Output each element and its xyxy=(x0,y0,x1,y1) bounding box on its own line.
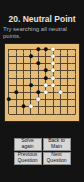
white-stone: ● xyxy=(50,53,55,60)
app-screen: 20. Neutral Point Try searching all neut… xyxy=(0,0,84,182)
black-stone: ● xyxy=(6,96,11,103)
board-intersection[interactable] xyxy=(72,96,79,103)
board-intersection[interactable] xyxy=(27,96,34,103)
board-intersection[interactable] xyxy=(57,46,64,53)
board-intersection[interactable]: ● xyxy=(35,96,42,103)
board-intersection[interactable] xyxy=(72,53,79,60)
board-intersection[interactable] xyxy=(42,103,49,110)
board-intersection[interactable] xyxy=(27,60,34,67)
board-intersection[interactable] xyxy=(27,46,34,53)
board-intersection[interactable] xyxy=(42,53,49,60)
board-intersection[interactable]: ● xyxy=(27,103,34,110)
board-intersection[interactable] xyxy=(57,110,64,117)
board-intersection[interactable]: ● xyxy=(27,82,34,89)
white-stone: ● xyxy=(50,60,55,67)
board-intersection[interactable] xyxy=(72,82,79,89)
board-intersection[interactable] xyxy=(64,103,71,110)
board-intersection[interactable] xyxy=(35,67,42,74)
board-intersection[interactable]: ● xyxy=(5,96,12,103)
board-intersection[interactable] xyxy=(64,46,71,53)
white-stone: ● xyxy=(58,89,63,96)
back-to-main-button[interactable]: Back to Main xyxy=(43,138,71,151)
board-intersection[interactable] xyxy=(49,110,56,117)
board-intersection[interactable] xyxy=(27,89,34,96)
board-intersection[interactable]: ● xyxy=(49,46,56,53)
board-intersection[interactable] xyxy=(20,110,27,117)
board-intersection[interactable] xyxy=(42,60,49,67)
board-intersection[interactable] xyxy=(12,103,19,110)
black-stone: ● xyxy=(28,82,33,89)
board-intersection[interactable] xyxy=(20,82,27,89)
board-intersection[interactable] xyxy=(35,75,42,82)
board-intersection[interactable] xyxy=(57,75,64,82)
next-question-button[interactable]: Next Question xyxy=(43,152,71,165)
black-stone: ● xyxy=(21,103,26,110)
solve-again-button[interactable]: Solve again xyxy=(14,138,42,151)
board-intersection[interactable] xyxy=(72,75,79,82)
board-intersection[interactable] xyxy=(57,82,64,89)
board-intersection[interactable] xyxy=(27,75,34,82)
board-intersection[interactable]: ● xyxy=(42,75,49,82)
white-stone: ● xyxy=(43,89,48,96)
board-intersection[interactable]: ● xyxy=(12,89,19,96)
board-intersection[interactable] xyxy=(5,46,12,53)
board-intersection[interactable] xyxy=(20,89,27,96)
board-intersection[interactable] xyxy=(27,67,34,74)
board-intersection[interactable]: ● xyxy=(35,60,42,67)
black-stone: ● xyxy=(43,67,48,74)
board-intersection[interactable]: ● xyxy=(57,89,64,96)
board-intersection[interactable]: ● xyxy=(42,46,49,53)
page-subtitle: Try searching all neutral points. xyxy=(3,26,81,40)
board-intersection[interactable] xyxy=(20,53,27,60)
white-stone: ● xyxy=(50,46,55,53)
white-stone: ● xyxy=(36,96,41,103)
black-stone: ● xyxy=(36,89,41,96)
board-intersection[interactable] xyxy=(49,89,56,96)
board-intersection[interactable]: ● xyxy=(49,53,56,60)
board-intersection[interactable] xyxy=(27,110,34,117)
black-stone: ● xyxy=(36,60,41,67)
board-intersection[interactable] xyxy=(12,67,19,74)
board-intersection[interactable] xyxy=(20,60,27,67)
board-intersection[interactable] xyxy=(12,53,19,60)
board-intersection[interactable] xyxy=(12,46,19,53)
board-intersection[interactable] xyxy=(64,75,71,82)
board-intersection[interactable] xyxy=(35,110,42,117)
board-intersection[interactable] xyxy=(49,103,56,110)
board-intersection[interactable]: ● xyxy=(35,46,42,53)
board-intersection[interactable]: ● xyxy=(20,103,27,110)
black-stone: ● xyxy=(43,46,48,53)
board-intersection[interactable] xyxy=(12,82,19,89)
board-intersection[interactable] xyxy=(5,89,12,96)
board-intersection[interactable] xyxy=(72,103,79,110)
board-intersection[interactable] xyxy=(64,60,71,67)
board-intersection[interactable] xyxy=(20,96,27,103)
black-stone: ● xyxy=(36,46,41,53)
board-intersection[interactable] xyxy=(72,67,79,74)
board-intersection[interactable]: ● xyxy=(42,82,49,89)
board-intersection[interactable] xyxy=(64,67,71,74)
board-intersection[interactable] xyxy=(72,60,79,67)
board-intersection[interactable] xyxy=(20,46,27,53)
board-intersection[interactable] xyxy=(5,60,12,67)
board-intersection[interactable] xyxy=(20,67,27,74)
board-intersection[interactable] xyxy=(49,96,56,103)
board-intersection[interactable] xyxy=(72,110,79,117)
go-board[interactable]: ●●●●●●●●●●●●●●●●●●●●●● xyxy=(5,44,79,121)
black-stone: ● xyxy=(13,89,18,96)
board-intersection[interactable]: ● xyxy=(35,89,42,96)
board-intersection[interactable] xyxy=(72,89,79,96)
board-intersection[interactable]: ● xyxy=(49,60,56,67)
board-intersection[interactable] xyxy=(5,67,12,74)
board-intersection[interactable]: ● xyxy=(49,67,56,74)
board-intersection[interactable] xyxy=(64,96,71,103)
board-intersection[interactable] xyxy=(42,110,49,117)
white-stone: ● xyxy=(43,82,48,89)
white-stone: ● xyxy=(50,74,55,81)
board-intersection[interactable] xyxy=(5,75,12,82)
board-intersection[interactable] xyxy=(57,67,64,74)
board-intersection[interactable]: ● xyxy=(42,67,49,74)
board-intersection[interactable] xyxy=(42,96,49,103)
black-stone: ● xyxy=(43,74,48,81)
board-intersection[interactable] xyxy=(12,75,19,82)
board-intersection[interactable] xyxy=(57,53,64,60)
white-stone: ● xyxy=(50,67,55,74)
board-intersection[interactable] xyxy=(20,75,27,82)
board-intersection[interactable] xyxy=(5,82,12,89)
board-intersection[interactable] xyxy=(64,89,71,96)
board-intersection[interactable] xyxy=(57,96,64,103)
board-intersection[interactable] xyxy=(5,110,12,117)
board-intersection[interactable] xyxy=(72,46,79,53)
board-intersection[interactable] xyxy=(64,82,71,89)
board-intersection[interactable] xyxy=(35,82,42,89)
page-title: 20. Neutral Point xyxy=(8,14,75,24)
board-intersection[interactable] xyxy=(5,103,12,110)
board-intersection[interactable] xyxy=(12,110,19,117)
board-intersection[interactable]: ● xyxy=(42,89,49,96)
board-intersection[interactable] xyxy=(5,53,12,60)
board-intersection[interactable] xyxy=(12,96,19,103)
board-intersection[interactable]: ● xyxy=(49,82,56,89)
board-intersection[interactable] xyxy=(35,53,42,60)
previous-question-button[interactable]: Previous Question xyxy=(14,152,42,165)
button-panel: Solve again Back to Main Previous Questi… xyxy=(14,138,71,165)
white-stone: ● xyxy=(50,82,55,89)
board-intersection[interactable] xyxy=(57,103,64,110)
board-intersection[interactable] xyxy=(35,103,42,110)
white-stone: ● xyxy=(28,103,33,110)
black-stone: ● xyxy=(28,53,33,60)
board-intersection[interactable]: ● xyxy=(27,53,34,60)
board-intersection[interactable] xyxy=(64,110,71,117)
board-intersection[interactable] xyxy=(12,60,19,67)
board-intersection[interactable] xyxy=(64,53,71,60)
board-intersection[interactable] xyxy=(57,60,64,67)
board-intersection[interactable]: ● xyxy=(49,75,56,82)
